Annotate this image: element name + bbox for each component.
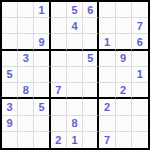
given-digit: 4 (71, 20, 77, 32)
cell-r6c4[interactable]: 7 (51, 83, 67, 99)
cell-r3c2[interactable] (18, 34, 34, 50)
given-digit: 5 (7, 68, 13, 80)
given-digit: 9 (38, 36, 44, 48)
cell-r2c9[interactable]: 7 (132, 18, 148, 34)
cell-r1c8[interactable] (116, 2, 132, 18)
cell-r8c1[interactable]: 9 (2, 116, 18, 132)
cell-r2c1[interactable] (2, 18, 18, 34)
cell-r1c1[interactable] (2, 2, 18, 18)
cell-r4c1[interactable] (2, 51, 18, 67)
cell-r7c3[interactable]: 5 (34, 99, 50, 115)
cell-r4c6[interactable]: 5 (83, 51, 99, 67)
cell-r2c8[interactable] (116, 18, 132, 34)
given-digit: 8 (23, 84, 29, 96)
given-digit: 8 (71, 117, 77, 129)
cell-r6c3[interactable] (34, 83, 50, 99)
given-digit: 7 (55, 84, 61, 96)
cell-r8c4[interactable] (51, 116, 67, 132)
cell-r7c8[interactable] (116, 99, 132, 115)
cell-r1c5[interactable]: 5 (67, 2, 83, 18)
cell-r9c9[interactable] (132, 132, 148, 148)
given-digit: 5 (87, 52, 93, 64)
cell-r2c4[interactable] (51, 18, 67, 34)
cell-r4c9[interactable] (132, 51, 148, 67)
cell-r6c9[interactable] (132, 83, 148, 99)
given-digit: 1 (71, 134, 77, 146)
cell-r1c7[interactable] (99, 2, 115, 18)
cell-r7c7[interactable]: 2 (99, 99, 115, 115)
cell-r9c7[interactable]: 7 (99, 132, 115, 148)
cell-r6c6[interactable] (83, 83, 99, 99)
given-digit: 5 (38, 101, 44, 113)
cell-r3c8[interactable] (116, 34, 132, 50)
given-digit: 6 (87, 4, 93, 16)
given-digit: 7 (137, 20, 143, 32)
cell-r2c6[interactable] (83, 18, 99, 34)
cell-r5c2[interactable] (18, 67, 34, 83)
cell-r4c2[interactable]: 3 (18, 51, 34, 67)
cell-r7c1[interactable]: 3 (2, 99, 18, 115)
cell-r1c2[interactable] (18, 2, 34, 18)
given-digit: 3 (7, 101, 13, 113)
cell-r2c2[interactable] (18, 18, 34, 34)
given-digit: 5 (71, 4, 77, 16)
cell-r2c5[interactable]: 4 (67, 18, 83, 34)
cell-r4c7[interactable] (99, 51, 115, 67)
cell-r7c9[interactable] (132, 99, 148, 115)
given-digit: 2 (120, 84, 126, 96)
cell-r5c9[interactable]: 1 (132, 67, 148, 83)
cell-r9c2[interactable] (18, 132, 34, 148)
cell-r5c7[interactable] (99, 67, 115, 83)
cell-r7c4[interactable] (51, 99, 67, 115)
cell-r4c3[interactable] (34, 51, 50, 67)
given-digit: 9 (120, 52, 126, 64)
cell-r3c1[interactable] (2, 34, 18, 50)
cell-r4c4[interactable] (51, 51, 67, 67)
given-digit: 1 (38, 4, 44, 16)
given-digit: 3 (23, 52, 29, 64)
cell-r4c5[interactable] (67, 51, 83, 67)
cell-r5c3[interactable] (34, 67, 50, 83)
cell-r8c2[interactable] (18, 116, 34, 132)
cell-r8c5[interactable]: 8 (67, 116, 83, 132)
cell-r8c3[interactable] (34, 116, 50, 132)
given-digit: 6 (137, 36, 143, 48)
cell-r5c1[interactable]: 5 (2, 67, 18, 83)
cell-r6c1[interactable] (2, 83, 18, 99)
cell-r9c3[interactable] (34, 132, 50, 148)
cell-r8c9[interactable] (132, 116, 148, 132)
given-digit: 1 (104, 36, 110, 48)
cell-r5c8[interactable] (116, 67, 132, 83)
cell-r2c3[interactable] (34, 18, 50, 34)
cell-r2c7[interactable] (99, 18, 115, 34)
sudoku-board: 156479163595187235298217 (0, 0, 150, 150)
cell-r1c6[interactable]: 6 (83, 2, 99, 18)
cell-r9c4[interactable]: 2 (51, 132, 67, 148)
cell-r8c6[interactable] (83, 116, 99, 132)
cell-r3c4[interactable] (51, 34, 67, 50)
cell-r3c9[interactable]: 6 (132, 34, 148, 50)
cell-r3c3[interactable]: 9 (34, 34, 50, 50)
cell-r9c5[interactable]: 1 (67, 132, 83, 148)
cell-r1c3[interactable]: 1 (34, 2, 50, 18)
cell-r4c8[interactable]: 9 (116, 51, 132, 67)
cell-r8c7[interactable] (99, 116, 115, 132)
given-digit: 7 (104, 134, 110, 146)
cell-r3c5[interactable] (67, 34, 83, 50)
cell-r5c6[interactable] (83, 67, 99, 83)
cell-r9c8[interactable] (116, 132, 132, 148)
given-digit: 2 (55, 134, 61, 146)
given-digit: 1 (137, 68, 143, 80)
cell-r9c6[interactable] (83, 132, 99, 148)
cell-r6c5[interactable] (67, 83, 83, 99)
cell-r3c6[interactable] (83, 34, 99, 50)
cell-r6c2[interactable]: 8 (18, 83, 34, 99)
cell-r7c6[interactable] (83, 99, 99, 115)
cell-r8c8[interactable] (116, 116, 132, 132)
given-digit: 9 (7, 117, 13, 129)
cell-r7c2[interactable] (18, 99, 34, 115)
cell-r3c7[interactable]: 1 (99, 34, 115, 50)
cell-r9c1[interactable] (2, 132, 18, 148)
cell-r1c4[interactable] (51, 2, 67, 18)
cell-r6c8[interactable]: 2 (116, 83, 132, 99)
cell-r7c5[interactable] (67, 99, 83, 115)
cell-r5c5[interactable] (67, 67, 83, 83)
cell-r5c4[interactable] (51, 67, 67, 83)
cell-r1c9[interactable] (132, 2, 148, 18)
cell-r6c7[interactable] (99, 83, 115, 99)
given-digit: 2 (104, 101, 110, 113)
